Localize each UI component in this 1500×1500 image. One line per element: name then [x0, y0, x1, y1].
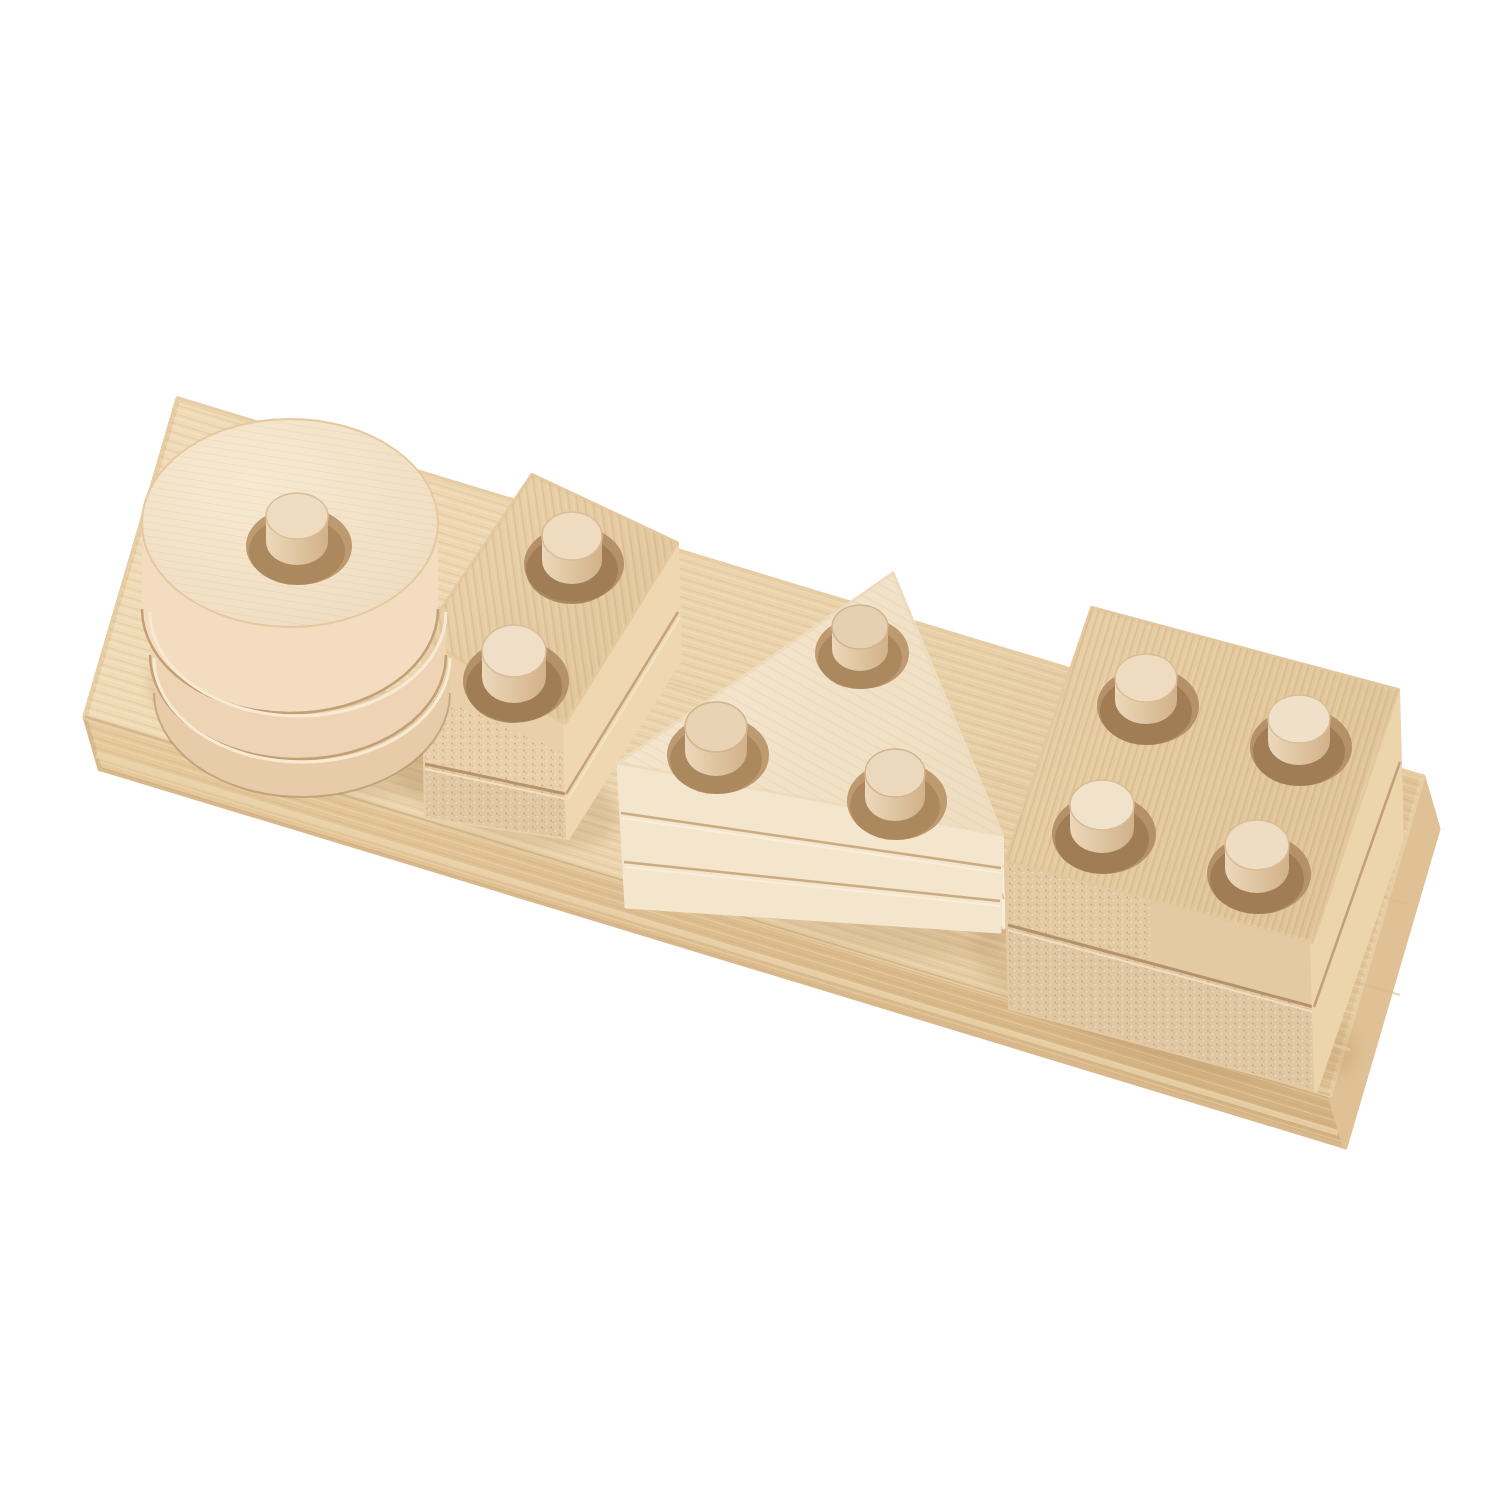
peg-top	[266, 493, 328, 539]
peg-top	[482, 625, 546, 677]
square-stack[interactable]	[1006, 608, 1402, 1090]
peg-top	[542, 512, 602, 560]
peg-top	[685, 702, 747, 752]
product-photo	[0, 0, 1500, 1500]
peg-top	[1225, 820, 1289, 870]
circle-stack[interactable]	[142, 419, 450, 797]
shape-sorter-scene	[0, 0, 1500, 1500]
peg-top	[1268, 695, 1330, 743]
peg-top	[1115, 654, 1177, 702]
peg-top	[865, 749, 925, 797]
peg-top	[832, 605, 888, 649]
peg-top	[1070, 780, 1134, 830]
